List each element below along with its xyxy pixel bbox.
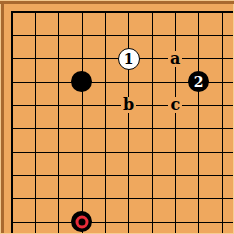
black-stone xyxy=(71,71,92,92)
point-label-b: b xyxy=(121,97,136,113)
go-diagram: 12abc xyxy=(0,0,234,234)
stone-number: 1 xyxy=(124,51,134,65)
red-circle-marker-icon xyxy=(75,215,88,228)
goban: 12abc xyxy=(0,0,234,234)
black-stone-circled xyxy=(71,211,92,232)
stone-number: 2 xyxy=(194,74,204,88)
white-stone-1: 1 xyxy=(118,48,140,70)
black-stone-2: 2 xyxy=(188,71,209,92)
point-label-a: a xyxy=(168,51,182,67)
stones-layer: 12abc xyxy=(0,0,233,233)
point-label-c: c xyxy=(168,97,182,113)
